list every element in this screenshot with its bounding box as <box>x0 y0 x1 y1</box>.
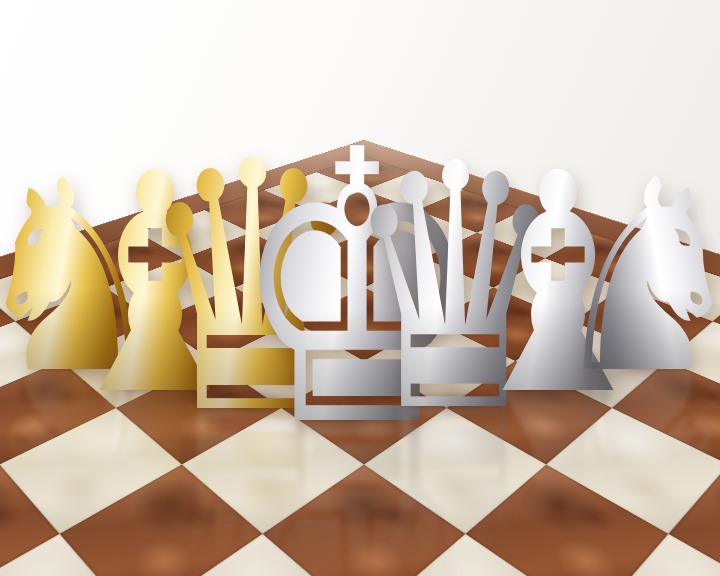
silver-knight[interactable]: ♞ <box>529 145 720 410</box>
pieces-layer: ♞♞♝♝♛♛♚♚♛♛♝♝♞♞ <box>0 0 720 576</box>
knight-glyph: ♞ <box>547 145 720 410</box>
chess-set-photo: ♞♞♝♝♛♛♚♚♛♛♝♝♞♞ <box>0 0 720 576</box>
